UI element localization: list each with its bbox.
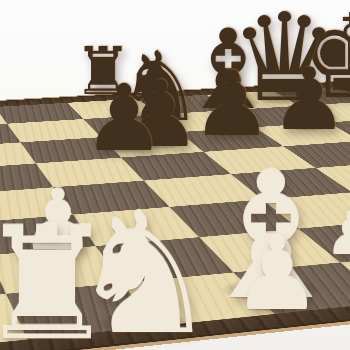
piece-white-pawn-c2[interactable]: ♟ bbox=[232, 225, 322, 325]
piece-black-pawn-a7[interactable]: ♟ bbox=[83, 73, 165, 165]
piece-white-rook-a1[interactable]: ♜ bbox=[0, 206, 117, 350]
scene: ♜♟♞♟♝♟♛♟♚♟♜♞♝♟♟ bbox=[0, 0, 350, 350]
piece-black-pawn-d7[interactable]: ♟ bbox=[270, 56, 347, 142]
